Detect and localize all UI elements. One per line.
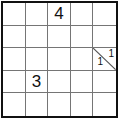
cell-r1c2[interactable] <box>26 3 49 26</box>
given-number: 3 <box>32 73 41 90</box>
puzzle-board: 4113 <box>1 1 118 118</box>
cell-r3c3[interactable] <box>48 48 71 71</box>
given-number: 4 <box>54 5 63 22</box>
clue-lower-left: 1 <box>97 57 103 67</box>
cell-r2c4[interactable] <box>71 26 94 49</box>
clue-upper-right: 1 <box>108 49 114 59</box>
cell-r2c3[interactable] <box>48 26 71 49</box>
cell-r5c2[interactable] <box>26 93 49 116</box>
cell-r5c1[interactable] <box>3 93 26 116</box>
cell-r1c3: 4 <box>48 3 71 26</box>
cell-r1c1[interactable] <box>3 3 26 26</box>
cell-r3c5: 11 <box>93 48 116 71</box>
cell-r3c4[interactable] <box>71 48 94 71</box>
cell-r1c4[interactable] <box>71 3 94 26</box>
puzzle-image: 4113 <box>0 0 120 120</box>
cell-r2c2[interactable] <box>26 26 49 49</box>
cell-r1c5[interactable] <box>93 3 116 26</box>
cell-r4c1[interactable] <box>3 71 26 94</box>
cell-r2c1[interactable] <box>3 26 26 49</box>
cell-r4c4[interactable] <box>71 71 94 94</box>
cell-r4c5[interactable] <box>93 71 116 94</box>
cell-r3c1[interactable] <box>3 48 26 71</box>
cell-r5c3[interactable] <box>48 93 71 116</box>
cell-r3c2[interactable] <box>26 48 49 71</box>
cell-r5c5[interactable] <box>93 93 116 116</box>
cell-r2c5[interactable] <box>93 26 116 49</box>
cell-r5c4[interactable] <box>71 93 94 116</box>
cell-r4c3[interactable] <box>48 71 71 94</box>
cell-r4c2: 3 <box>26 71 49 94</box>
